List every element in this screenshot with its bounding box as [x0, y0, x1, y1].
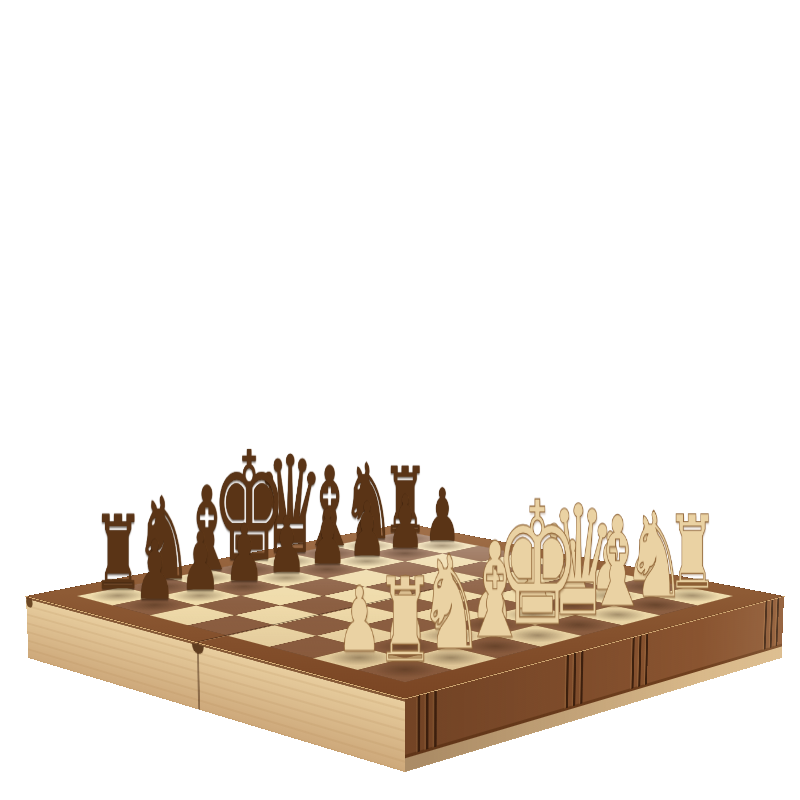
product-photo: ♜♟♟♜♞♟♟♞♝♟♟♝♛♟♟♛♚♟♟♚♝♟♟♝♞♟♟♞♜♟♟♜ — [0, 0, 800, 800]
hinge-notch — [192, 643, 204, 656]
piece-black-rook: ♜ — [365, 455, 444, 545]
spine-groove-cluster — [628, 633, 648, 690]
chess-board: ♜♟♟♜♞♟♟♞♝♟♟♝♛♟♟♛♚♟♟♚♝♟♟♝♞♟♟♞♜♟♟♜ — [26, 523, 784, 698]
spine-groove-cluster — [761, 597, 780, 651]
spine-groove-cluster — [413, 690, 436, 754]
spine-groove-cluster — [562, 650, 583, 709]
